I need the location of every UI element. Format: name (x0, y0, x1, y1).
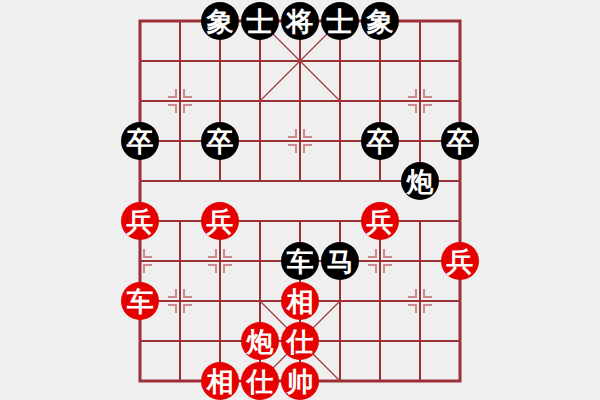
piece-black-horse[interactable]: 马 (321, 242, 359, 280)
piece-black-soldier[interactable]: 卒 (121, 122, 159, 160)
piece-black-cannon[interactable]: 炮 (401, 162, 439, 200)
piece-black-soldier[interactable]: 卒 (201, 122, 239, 160)
piece-red-cannon[interactable]: 炮 (241, 322, 279, 360)
piece-red-soldier[interactable]: 兵 (361, 202, 399, 240)
piece-red-advisor[interactable]: 仕 (241, 362, 279, 400)
piece-red-soldier[interactable]: 兵 (121, 202, 159, 240)
piece-black-soldier[interactable]: 卒 (441, 122, 479, 160)
piece-black-advisor[interactable]: 士 (321, 2, 359, 40)
piece-black-elephant[interactable]: 象 (361, 2, 399, 40)
piece-red-soldier[interactable]: 兵 (201, 202, 239, 240)
piece-red-soldier[interactable]: 兵 (441, 242, 479, 280)
board-pieces-layer[interactable]: 象士将士象卒卒卒卒炮车马兵兵兵兵车相炮仕相仕帅 (120, 1, 480, 400)
piece-black-elephant[interactable]: 象 (201, 2, 239, 40)
piece-red-chariot[interactable]: 车 (121, 282, 159, 320)
piece-black-soldier[interactable]: 卒 (361, 122, 399, 160)
piece-black-advisor[interactable]: 士 (241, 2, 279, 40)
piece-red-elephant[interactable]: 相 (281, 282, 319, 320)
piece-red-elephant[interactable]: 相 (201, 362, 239, 400)
xiangqi-board: 象士将士象卒卒卒卒炮车马兵兵兵兵车相炮仕相仕帅 (0, 0, 600, 400)
piece-red-general[interactable]: 帅 (281, 362, 319, 400)
piece-red-advisor[interactable]: 仕 (281, 322, 319, 360)
piece-black-chariot[interactable]: 车 (281, 242, 319, 280)
piece-black-general[interactable]: 将 (281, 2, 319, 40)
